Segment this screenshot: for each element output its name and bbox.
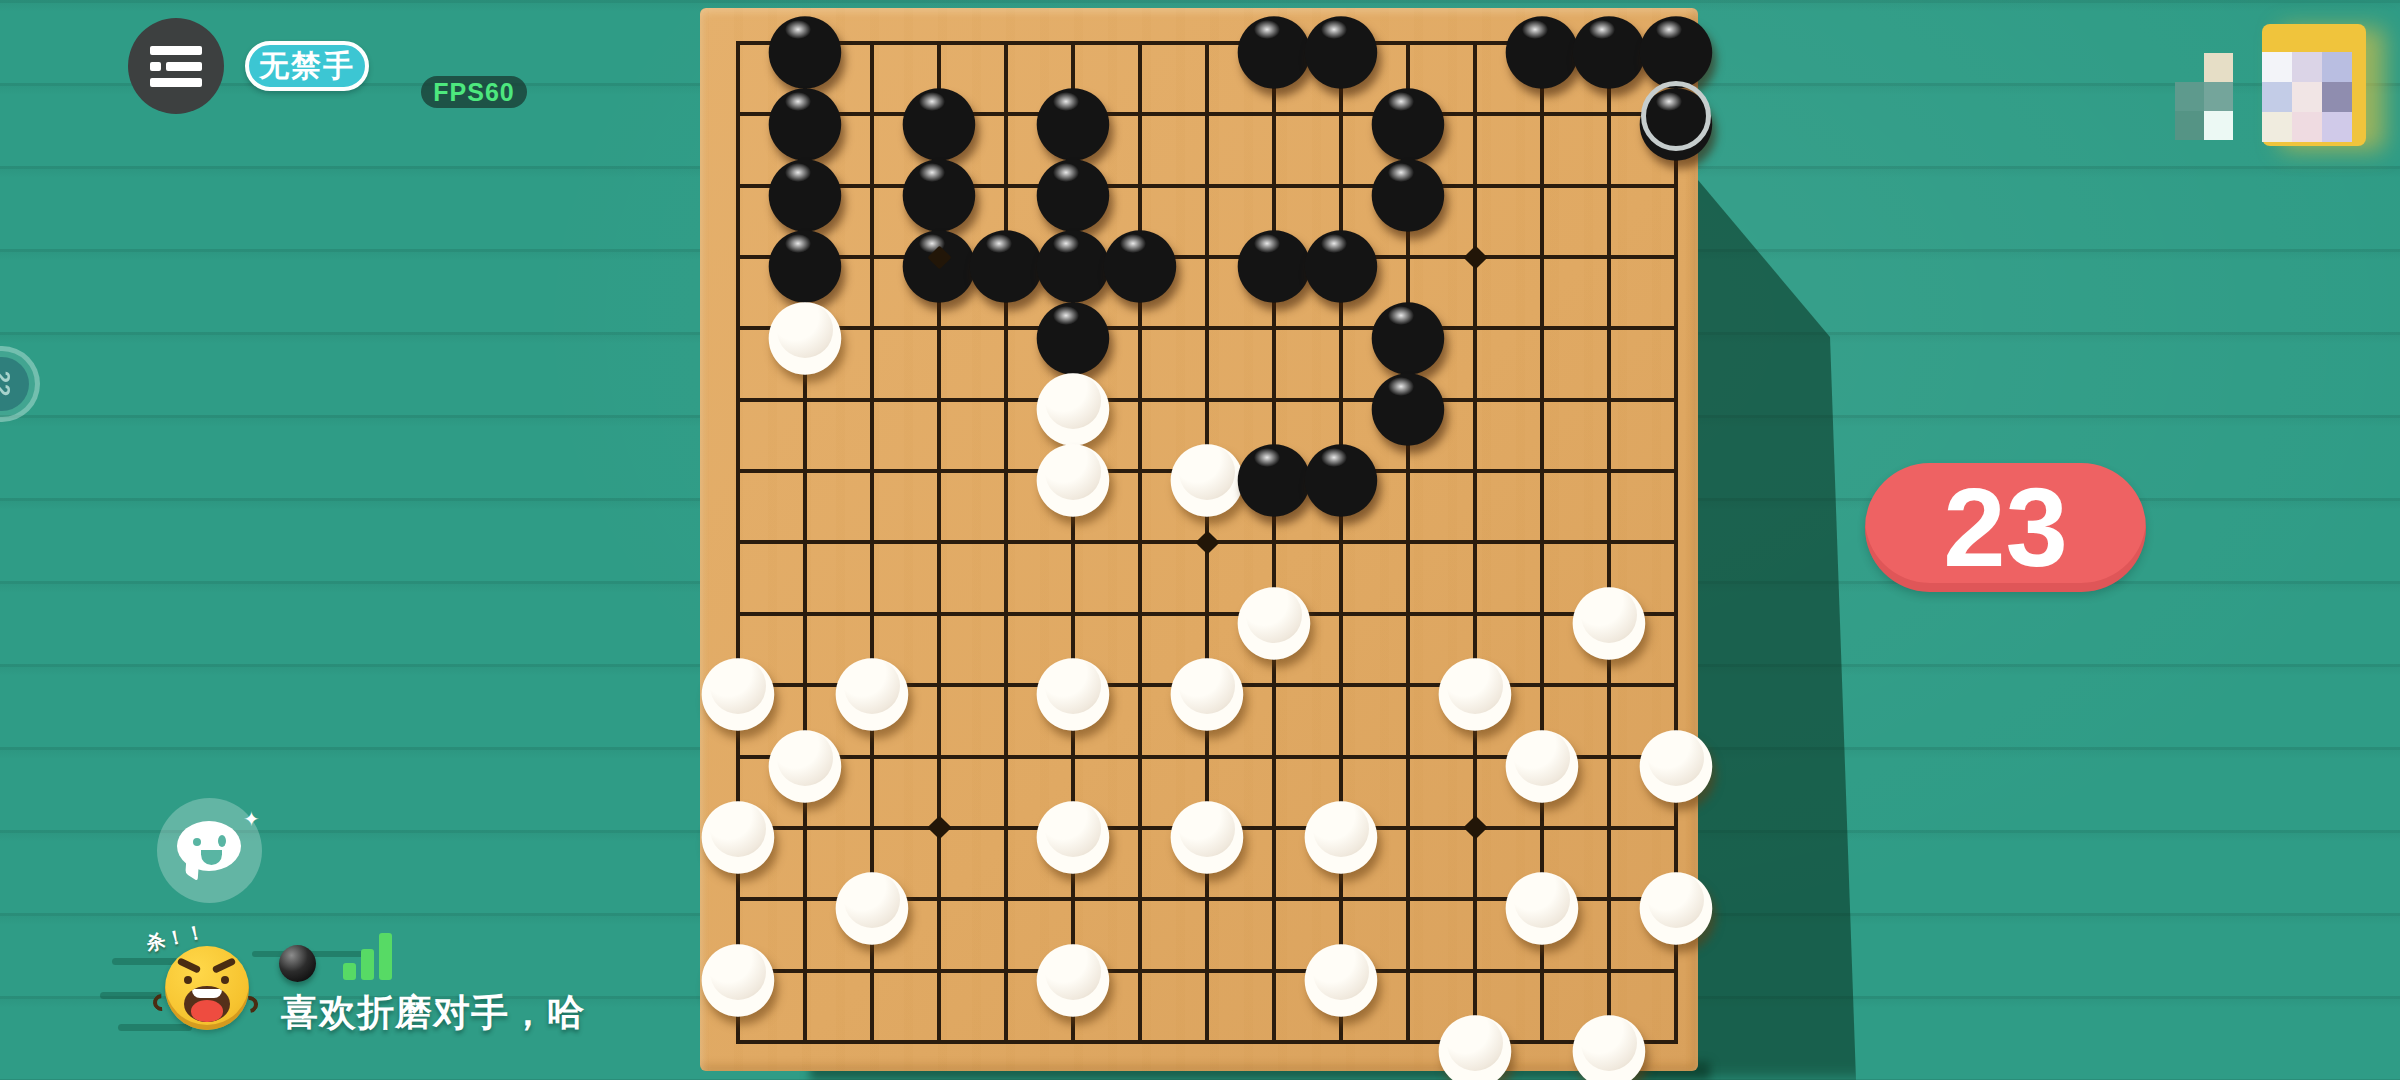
stone-black: ● <box>1642 82 1710 150</box>
stone-white: ● <box>1039 438 1107 506</box>
pixel-cell <box>2204 111 2233 140</box>
pixel-cell <box>2204 53 2233 82</box>
menu-button[interactable] <box>128 18 224 114</box>
game-screen: ●●●●●●●●●●●●●●●●●●●●●●●●●●●●●●●●●●●●●●●●… <box>0 0 2400 1080</box>
stone-black: ● <box>1106 224 1174 292</box>
stone-white: ● <box>1441 1009 1509 1077</box>
stone-white: ● <box>1508 724 1576 792</box>
fps-badge: FPS60 <box>421 76 527 108</box>
pixel-cell <box>2175 111 2204 140</box>
stone-black: ● <box>1240 10 1308 78</box>
stone-white: ● <box>1039 795 1107 863</box>
chat-message-text: 喜欢折磨对手，哈 <box>281 988 585 1038</box>
move-timer: 23 <box>1865 463 2146 592</box>
stone-white: ● <box>704 652 772 720</box>
stone-black: ● <box>1240 224 1308 292</box>
pixel-cell <box>2204 82 2233 111</box>
stone-white: ● <box>1642 724 1710 792</box>
stone-white: ● <box>1173 438 1241 506</box>
stone-white: ● <box>1575 1009 1643 1077</box>
pixel-cell <box>2322 52 2352 82</box>
pixel-cell <box>2262 112 2292 142</box>
move-timer-value: 23 <box>1943 463 2068 592</box>
stone-black: ● <box>1508 10 1576 78</box>
rule-badge-label: 无禁手 <box>259 46 355 87</box>
stone-black: ● <box>1374 153 1442 221</box>
stone-white: ● <box>1173 795 1241 863</box>
rule-badge: 无禁手 <box>245 41 369 91</box>
stone-white: ● <box>1039 938 1107 1006</box>
stone-white: ● <box>1307 795 1375 863</box>
sparkle-icon: ✦ <box>243 807 260 831</box>
pixel-cell <box>2175 82 2204 111</box>
pixel-cell <box>2262 52 2292 82</box>
stone-white: ● <box>838 866 906 934</box>
pixel-cell <box>2322 82 2352 112</box>
stone-black: ● <box>1374 367 1442 435</box>
stone-white: ● <box>704 795 772 863</box>
hamburger-icon <box>150 46 202 55</box>
chat-button[interactable]: ✦ <box>157 798 262 903</box>
stone-white: ● <box>1039 652 1107 720</box>
stone-white: ● <box>771 724 839 792</box>
stone-white: ● <box>771 296 839 364</box>
stone-white: ● <box>1307 938 1375 1006</box>
stone-black: ● <box>1307 224 1375 292</box>
stone-white: ● <box>1240 581 1308 649</box>
goban-board[interactable]: ●●●●●●●●●●●●●●●●●●●●●●●●●●●●●●●●●●●●●●●●… <box>700 8 1698 1071</box>
stone-black: ● <box>972 224 1040 292</box>
pixel-cell <box>2292 52 2322 82</box>
pixel-cell <box>2322 112 2352 142</box>
pixel-cell <box>2262 82 2292 112</box>
stone-white: ● <box>838 652 906 720</box>
pixel-cell <box>2292 82 2322 112</box>
signal-bars-icon <box>343 933 395 980</box>
stone-black: ● <box>1307 10 1375 78</box>
fps-label: FPS60 <box>433 78 514 107</box>
stone-white: ● <box>1173 652 1241 720</box>
emote-emoji <box>165 946 249 1030</box>
edge-timer-value: 22 <box>0 371 15 397</box>
stone-white: ● <box>1575 581 1643 649</box>
stone-white: ● <box>704 938 772 1006</box>
speed-line <box>118 1024 192 1031</box>
pixel-cell <box>2292 112 2322 142</box>
player-stone-icon <box>279 945 316 982</box>
stone-white: ● <box>1508 866 1576 934</box>
stone-black: ● <box>1575 10 1643 78</box>
stone-black: ● <box>1307 438 1375 506</box>
stone-black: ● <box>1240 438 1308 506</box>
stone-white: ● <box>1642 866 1710 934</box>
stone-white: ● <box>1441 652 1509 720</box>
chat-bubble-icon <box>177 821 241 871</box>
